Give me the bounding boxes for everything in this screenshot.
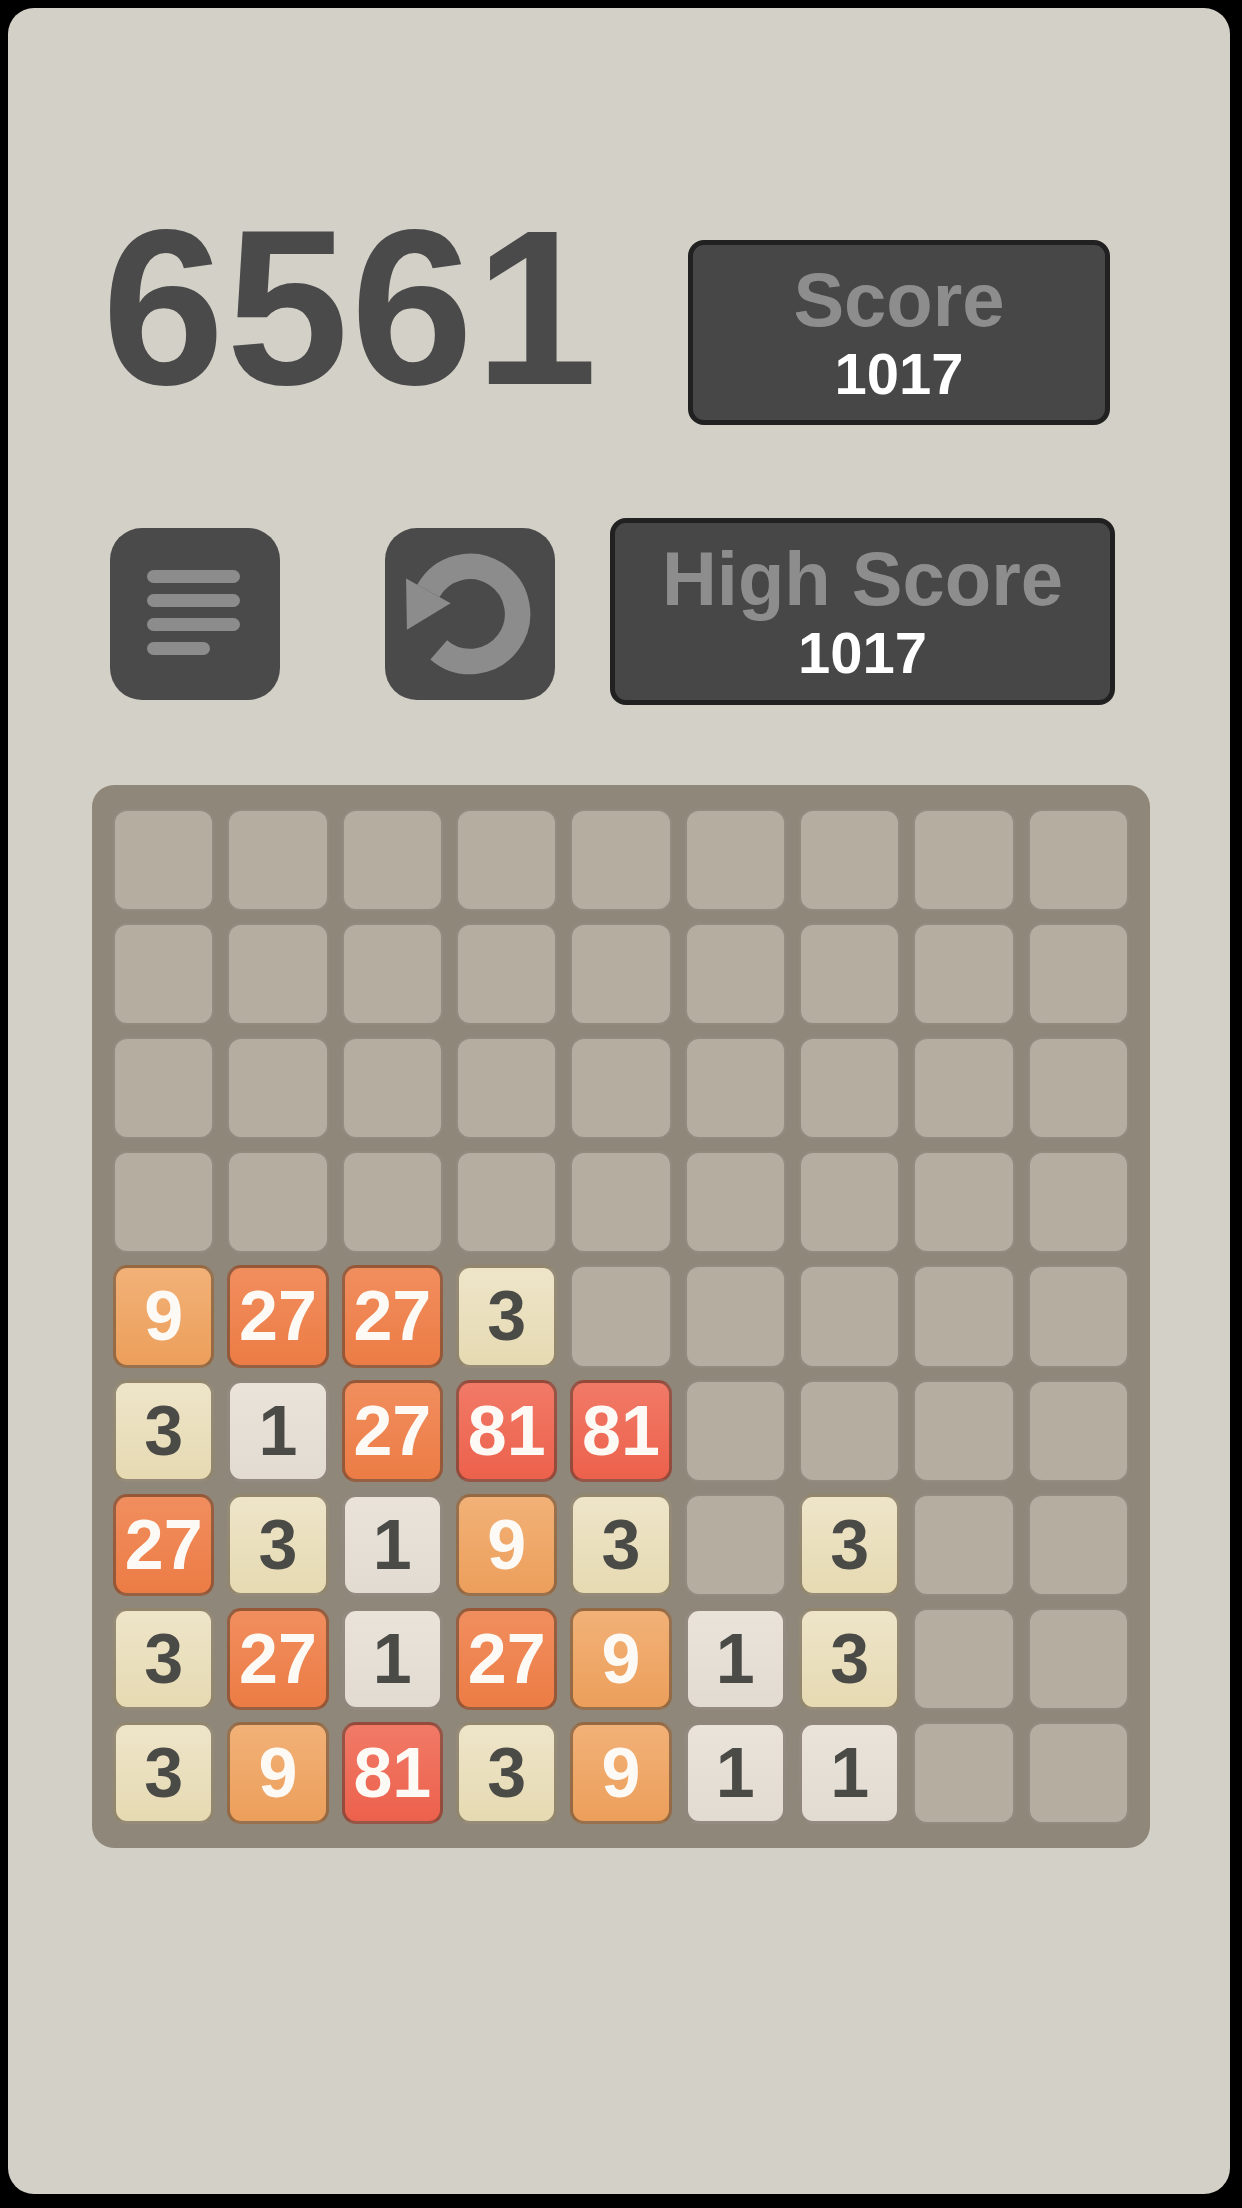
tile-3-r8c7: 3 (799, 1608, 900, 1710)
tile-1-r8c3: 1 (342, 1608, 443, 1710)
tile-81-r6c4: 81 (456, 1380, 557, 1482)
tile-1-r8c6: 1 (685, 1608, 786, 1710)
tile-3-r6c1: 3 (113, 1380, 214, 1482)
high-score-value: 1017 (798, 623, 927, 684)
cell-r3c9 (1028, 1037, 1129, 1139)
score-box: Score 1017 (688, 240, 1110, 425)
cell-r1c7 (799, 809, 900, 911)
tile-27-r7c1: 27 (113, 1494, 214, 1596)
cell-r4c9 (1028, 1151, 1129, 1253)
restart-button[interactable] (385, 528, 555, 700)
tile-3-r7c5: 3 (570, 1494, 671, 1596)
cell-r4c6 (685, 1151, 786, 1253)
cell-r4c7 (799, 1151, 900, 1253)
cell-r3c7 (799, 1037, 900, 1139)
cell-r2c7 (799, 923, 900, 1025)
cell-r4c2 (227, 1151, 328, 1253)
cell-r8c9 (1028, 1608, 1129, 1710)
tile-3-r9c1: 3 (113, 1722, 214, 1824)
tile-81-r6c5: 81 (570, 1380, 671, 1482)
tile-3-r8c1: 3 (113, 1608, 214, 1710)
tile-3-r7c2: 3 (227, 1494, 328, 1596)
tile-3-r7c7: 3 (799, 1494, 900, 1596)
tile-9-r9c2: 9 (227, 1722, 328, 1824)
cell-r1c2 (227, 809, 328, 911)
cell-r3c1 (113, 1037, 214, 1139)
cell-r2c8 (913, 923, 1014, 1025)
tile-9-r7c4: 9 (456, 1494, 557, 1596)
score-label: Score (793, 260, 1004, 340)
tile-1-r6c2: 1 (227, 1380, 328, 1482)
cell-r4c1 (113, 1151, 214, 1253)
game-board[interactable]: 92727331278181273193332712791339813911 (92, 785, 1150, 1848)
cell-r3c5 (570, 1037, 671, 1139)
tile-1-r7c3: 1 (342, 1494, 443, 1596)
cell-r5c9 (1028, 1265, 1129, 1367)
cell-r1c6 (685, 809, 786, 911)
cell-r6c7 (799, 1380, 900, 1482)
app-screen: 6561 Score 1017 High Score 1017 92727331… (8, 8, 1230, 2194)
tile-3-r5c4: 3 (456, 1265, 557, 1367)
cell-r1c3 (342, 809, 443, 911)
tile-1-r9c6: 1 (685, 1722, 786, 1824)
tile-9-r5c1: 9 (113, 1265, 214, 1367)
score-value: 1017 (834, 344, 963, 405)
cell-r4c4 (456, 1151, 557, 1253)
tile-9-r8c5: 9 (570, 1608, 671, 1710)
cell-r5c6 (685, 1265, 786, 1367)
cell-r7c9 (1028, 1494, 1129, 1596)
menu-button[interactable] (110, 528, 280, 700)
cell-r2c5 (570, 923, 671, 1025)
cell-r2c6 (685, 923, 786, 1025)
cell-r6c6 (685, 1380, 786, 1482)
cell-r2c1 (113, 923, 214, 1025)
cell-r3c6 (685, 1037, 786, 1139)
tile-9-r9c5: 9 (570, 1722, 671, 1824)
game-title: 6561 (102, 198, 632, 418)
tile-27-r5c3: 27 (342, 1265, 443, 1367)
cell-r4c8 (913, 1151, 1014, 1253)
cell-r1c9 (1028, 809, 1129, 911)
cell-r3c4 (456, 1037, 557, 1139)
cell-r2c2 (227, 923, 328, 1025)
tile-27-r8c2: 27 (227, 1608, 328, 1710)
cell-r2c3 (342, 923, 443, 1025)
high-score-label: High Score (662, 539, 1063, 619)
cell-r1c5 (570, 809, 671, 911)
cell-r5c8 (913, 1265, 1014, 1367)
tile-27-r5c2: 27 (227, 1265, 328, 1367)
cell-r8c8 (913, 1608, 1014, 1710)
tile-81-r9c3: 81 (342, 1722, 443, 1824)
cell-r7c6 (685, 1494, 786, 1596)
cell-r5c7 (799, 1265, 900, 1367)
tile-1-r9c7: 1 (799, 1722, 900, 1824)
cell-r1c1 (113, 809, 214, 911)
cell-r4c3 (342, 1151, 443, 1253)
cell-r7c8 (913, 1494, 1014, 1596)
cell-r9c8 (913, 1722, 1014, 1824)
cell-r2c9 (1028, 923, 1129, 1025)
cell-r1c4 (456, 809, 557, 911)
tile-27-r8c4: 27 (456, 1608, 557, 1710)
high-score-box: High Score 1017 (610, 518, 1115, 705)
cell-r3c3 (342, 1037, 443, 1139)
restart-icon (385, 528, 555, 700)
cell-r3c2 (227, 1037, 328, 1139)
cell-r5c5 (570, 1265, 671, 1367)
cell-r9c9 (1028, 1722, 1129, 1824)
cell-r2c4 (456, 923, 557, 1025)
tile-27-r6c3: 27 (342, 1380, 443, 1482)
cell-r4c5 (570, 1151, 671, 1253)
cell-r3c8 (913, 1037, 1014, 1139)
menu-icon (110, 528, 280, 700)
cell-r6c9 (1028, 1380, 1129, 1482)
tile-3-r9c4: 3 (456, 1722, 557, 1824)
cell-r1c8 (913, 809, 1014, 911)
cell-r6c8 (913, 1380, 1014, 1482)
